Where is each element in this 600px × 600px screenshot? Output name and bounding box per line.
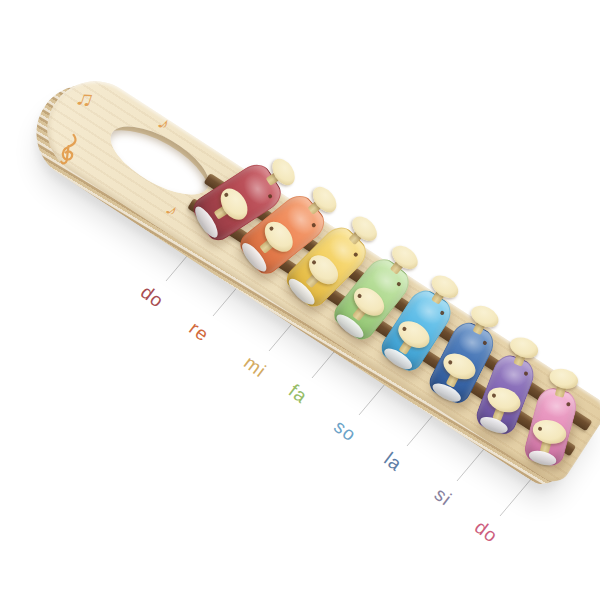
note-label-la-6: la: [380, 448, 407, 476]
solfege-labels: doremifasolasido: [0, 0, 600, 600]
note-label-do-8: do: [470, 516, 502, 547]
note-label-si-7: si: [430, 483, 456, 510]
note-label-fa-4: fa: [284, 380, 312, 408]
note-label-so-5: so: [330, 416, 361, 447]
note-label-re-2: re: [185, 318, 213, 347]
product-photo: ♫ ♪ ♪: [0, 0, 600, 600]
note-label-do-1: do: [136, 281, 168, 312]
note-label-mi-3: mi: [240, 352, 271, 383]
